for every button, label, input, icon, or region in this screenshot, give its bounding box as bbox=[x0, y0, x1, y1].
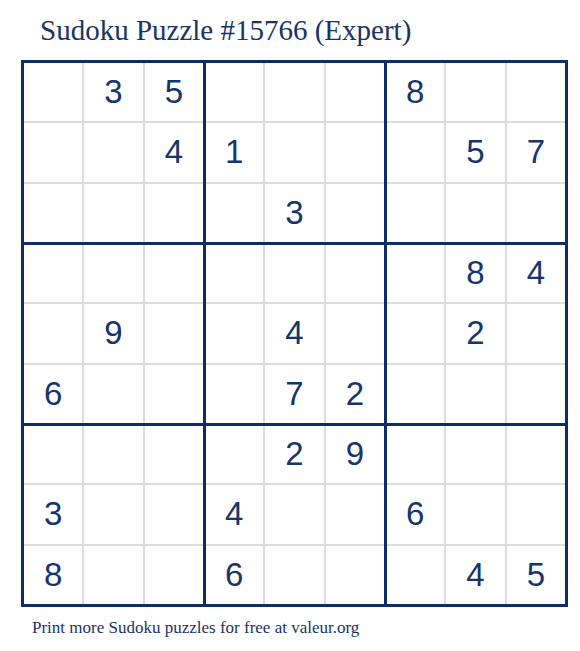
sudoku-cell-r6c3 bbox=[145, 365, 203, 423]
sudoku-cell-r2c6 bbox=[326, 123, 384, 181]
sudoku-cell-r4c7 bbox=[386, 244, 444, 302]
sudoku-board: 3584157384942672293468645 bbox=[24, 63, 565, 604]
sudoku-cell-r4c6 bbox=[326, 244, 384, 302]
page-title: Sudoku Puzzle #15766 (Expert) bbox=[40, 13, 411, 48]
sudoku-cell-r5c1 bbox=[24, 304, 82, 362]
box-divider-horizontal-2 bbox=[24, 423, 565, 426]
sudoku-cell-r1c6 bbox=[326, 63, 384, 121]
sudoku-cell-r8c3 bbox=[145, 485, 203, 543]
sudoku-cell-r8c5 bbox=[265, 485, 323, 543]
sudoku-cell-r6c2 bbox=[84, 365, 142, 423]
sudoku-cell-r6c1: 6 bbox=[24, 365, 82, 423]
sudoku-cell-r6c4 bbox=[205, 365, 263, 423]
sudoku-cell-r4c1 bbox=[24, 244, 82, 302]
sudoku-cell-r5c3 bbox=[145, 304, 203, 362]
sudoku-cell-r7c8 bbox=[446, 425, 504, 483]
sudoku-cell-r3c5: 3 bbox=[265, 184, 323, 242]
sudoku-cell-r1c7: 8 bbox=[386, 63, 444, 121]
sudoku-cell-r2c9: 7 bbox=[507, 123, 565, 181]
sudoku-cell-r8c6 bbox=[326, 485, 384, 543]
sudoku-cell-r3c8 bbox=[446, 184, 504, 242]
sudoku-cell-r3c4 bbox=[205, 184, 263, 242]
sudoku-cell-r6c8 bbox=[446, 365, 504, 423]
box-divider-vertical-2 bbox=[384, 63, 387, 604]
sudoku-cell-r1c8 bbox=[446, 63, 504, 121]
sudoku-cell-r3c9 bbox=[507, 184, 565, 242]
sudoku-cell-r6c9 bbox=[507, 365, 565, 423]
sudoku-cell-r5c8: 2 bbox=[446, 304, 504, 362]
sudoku-cell-r9c8: 4 bbox=[446, 546, 504, 604]
sudoku-cell-r5c6 bbox=[326, 304, 384, 362]
sudoku-cell-r6c7 bbox=[386, 365, 444, 423]
sudoku-cell-r3c2 bbox=[84, 184, 142, 242]
sudoku-cell-r9c6 bbox=[326, 546, 384, 604]
sudoku-cell-r8c1: 3 bbox=[24, 485, 82, 543]
sudoku-cell-r5c4 bbox=[205, 304, 263, 362]
sudoku-cell-r3c7 bbox=[386, 184, 444, 242]
sudoku-cell-r8c9 bbox=[507, 485, 565, 543]
sudoku-cell-r9c2 bbox=[84, 546, 142, 604]
sudoku-cell-r4c2 bbox=[84, 244, 142, 302]
sudoku-cell-r3c1 bbox=[24, 184, 82, 242]
sudoku-cell-r5c7 bbox=[386, 304, 444, 362]
sudoku-cell-r1c9 bbox=[507, 63, 565, 121]
sudoku-cell-r4c8: 8 bbox=[446, 244, 504, 302]
sudoku-cell-r1c2: 3 bbox=[84, 63, 142, 121]
sudoku-cell-r7c4 bbox=[205, 425, 263, 483]
sudoku-cell-r9c3 bbox=[145, 546, 203, 604]
page: Sudoku Puzzle #15766 (Expert) 3584157384… bbox=[0, 0, 580, 651]
sudoku-cell-r7c7 bbox=[386, 425, 444, 483]
sudoku-cell-r9c7 bbox=[386, 546, 444, 604]
sudoku-cell-r2c4: 1 bbox=[205, 123, 263, 181]
box-divider-vertical-1 bbox=[203, 63, 206, 604]
sudoku-cell-r3c6 bbox=[326, 184, 384, 242]
sudoku-cell-r8c4: 4 bbox=[205, 485, 263, 543]
sudoku-cell-r9c9: 5 bbox=[507, 546, 565, 604]
sudoku-cell-r4c5 bbox=[265, 244, 323, 302]
footer-text: Print more Sudoku puzzles for free at va… bbox=[32, 618, 359, 638]
sudoku-cell-r4c4 bbox=[205, 244, 263, 302]
sudoku-cell-r4c3 bbox=[145, 244, 203, 302]
sudoku-cell-r5c9 bbox=[507, 304, 565, 362]
sudoku-board-frame: 3584157384942672293468645 bbox=[21, 60, 568, 607]
sudoku-cell-r3c3 bbox=[145, 184, 203, 242]
sudoku-cell-r1c3: 5 bbox=[145, 63, 203, 121]
sudoku-cell-r2c1 bbox=[24, 123, 82, 181]
sudoku-cell-r4c9: 4 bbox=[507, 244, 565, 302]
sudoku-cell-r5c2: 9 bbox=[84, 304, 142, 362]
sudoku-cell-r6c5: 7 bbox=[265, 365, 323, 423]
sudoku-cell-r7c6: 9 bbox=[326, 425, 384, 483]
box-divider-horizontal-1 bbox=[24, 242, 565, 245]
sudoku-cell-r7c1 bbox=[24, 425, 82, 483]
sudoku-cell-r2c3: 4 bbox=[145, 123, 203, 181]
sudoku-cell-r2c2 bbox=[84, 123, 142, 181]
sudoku-cell-r1c5 bbox=[265, 63, 323, 121]
sudoku-cell-r1c4 bbox=[205, 63, 263, 121]
sudoku-cell-r7c5: 2 bbox=[265, 425, 323, 483]
sudoku-cell-r8c8 bbox=[446, 485, 504, 543]
sudoku-cell-r8c7: 6 bbox=[386, 485, 444, 543]
sudoku-cell-r2c5 bbox=[265, 123, 323, 181]
sudoku-cell-r5c5: 4 bbox=[265, 304, 323, 362]
sudoku-cell-r9c4: 6 bbox=[205, 546, 263, 604]
sudoku-cell-r9c5 bbox=[265, 546, 323, 604]
sudoku-cell-r7c2 bbox=[84, 425, 142, 483]
sudoku-cell-r7c3 bbox=[145, 425, 203, 483]
sudoku-cell-r8c2 bbox=[84, 485, 142, 543]
sudoku-cell-r9c1: 8 bbox=[24, 546, 82, 604]
sudoku-cell-r2c7 bbox=[386, 123, 444, 181]
sudoku-cell-r1c1 bbox=[24, 63, 82, 121]
sudoku-cell-r7c9 bbox=[507, 425, 565, 483]
sudoku-cell-r2c8: 5 bbox=[446, 123, 504, 181]
sudoku-cell-r6c6: 2 bbox=[326, 365, 384, 423]
